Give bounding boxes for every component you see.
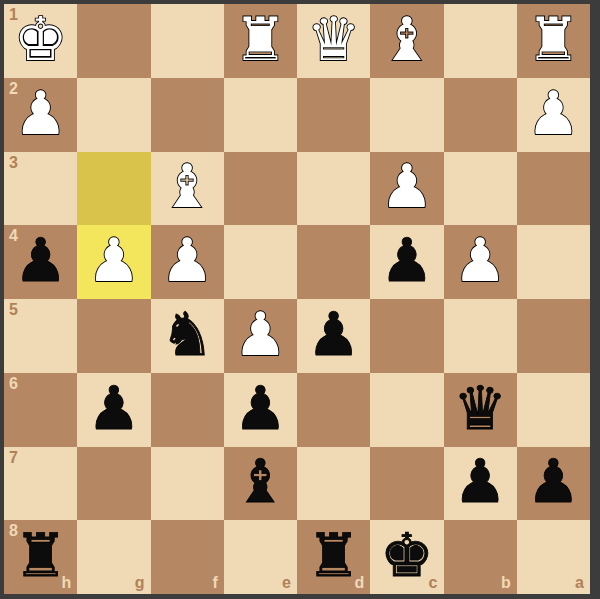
white-bishop[interactable]: ♝ — [380, 9, 434, 69]
square-e3[interactable] — [224, 152, 297, 226]
black-pawn[interactable]: ♟ — [526, 451, 580, 511]
square-g1[interactable] — [77, 4, 150, 78]
square-f4[interactable]: ♟ — [151, 225, 224, 299]
file-label-a: a — [575, 575, 584, 591]
square-b8[interactable]: b — [444, 520, 517, 594]
square-c8[interactable]: c♚ — [370, 520, 443, 594]
square-d3[interactable] — [297, 152, 370, 226]
white-pawn[interactable]: ♟ — [380, 156, 434, 216]
black-knight[interactable]: ♞ — [160, 304, 214, 364]
square-f3[interactable]: ♝ — [151, 152, 224, 226]
white-rook[interactable]: ♜ — [526, 9, 580, 69]
square-c7[interactable] — [370, 447, 443, 521]
square-h6[interactable]: 6 — [4, 373, 77, 447]
white-pawn[interactable]: ♟ — [14, 83, 68, 143]
square-f6[interactable] — [151, 373, 224, 447]
square-h1[interactable]: 1♚ — [4, 4, 77, 78]
square-c3[interactable]: ♟ — [370, 152, 443, 226]
square-a2[interactable]: ♟ — [517, 78, 590, 152]
white-pawn[interactable]: ♟ — [453, 230, 507, 290]
square-d1[interactable]: ♛ — [297, 4, 370, 78]
black-pawn[interactable]: ♟ — [87, 378, 141, 438]
square-h7[interactable]: 7 — [4, 447, 77, 521]
square-g4[interactable]: ♟ — [77, 225, 150, 299]
black-pawn[interactable]: ♟ — [233, 378, 287, 438]
square-h2[interactable]: 2♟ — [4, 78, 77, 152]
square-f8[interactable]: f — [151, 520, 224, 594]
square-a5[interactable] — [517, 299, 590, 373]
square-c6[interactable] — [370, 373, 443, 447]
chess-board-frame: 1♚♜♛♝♜2♟♟3♝♟4♟♟♟♟♟5♞♟♟6♟♟♛7♝♟♟8h♜gfed♜c♚… — [0, 0, 600, 599]
black-pawn[interactable]: ♟ — [14, 230, 68, 290]
file-label-e: e — [282, 575, 291, 591]
square-g8[interactable]: g — [77, 520, 150, 594]
white-pawn[interactable]: ♟ — [160, 230, 214, 290]
square-c5[interactable] — [370, 299, 443, 373]
square-a7[interactable]: ♟ — [517, 447, 590, 521]
square-c4[interactable]: ♟ — [370, 225, 443, 299]
square-e1[interactable]: ♜ — [224, 4, 297, 78]
white-rook[interactable]: ♜ — [233, 9, 287, 69]
square-a8[interactable]: a — [517, 520, 590, 594]
black-pawn[interactable]: ♟ — [307, 304, 361, 364]
square-a4[interactable] — [517, 225, 590, 299]
black-king[interactable]: ♚ — [380, 525, 434, 585]
square-e5[interactable]: ♟ — [224, 299, 297, 373]
rank-label-3: 3 — [9, 155, 18, 171]
square-b3[interactable] — [444, 152, 517, 226]
square-d8[interactable]: d♜ — [297, 520, 370, 594]
white-king[interactable]: ♚ — [14, 9, 68, 69]
square-h5[interactable]: 5 — [4, 299, 77, 373]
chess-board: 1♚♜♛♝♜2♟♟3♝♟4♟♟♟♟♟5♞♟♟6♟♟♛7♝♟♟8h♜gfed♜c♚… — [4, 4, 590, 594]
white-pawn[interactable]: ♟ — [87, 230, 141, 290]
black-rook[interactable]: ♜ — [307, 525, 361, 585]
rank-label-6: 6 — [9, 376, 18, 392]
square-e6[interactable]: ♟ — [224, 373, 297, 447]
square-b1[interactable] — [444, 4, 517, 78]
square-d5[interactable]: ♟ — [297, 299, 370, 373]
square-d6[interactable] — [297, 373, 370, 447]
square-g6[interactable]: ♟ — [77, 373, 150, 447]
square-b4[interactable]: ♟ — [444, 225, 517, 299]
square-d7[interactable] — [297, 447, 370, 521]
square-a1[interactable]: ♜ — [517, 4, 590, 78]
black-queen[interactable]: ♛ — [453, 378, 507, 438]
square-f1[interactable] — [151, 4, 224, 78]
square-b6[interactable]: ♛ — [444, 373, 517, 447]
square-f2[interactable] — [151, 78, 224, 152]
black-pawn[interactable]: ♟ — [453, 451, 507, 511]
square-b7[interactable]: ♟ — [444, 447, 517, 521]
square-e8[interactable]: e — [224, 520, 297, 594]
square-e7[interactable]: ♝ — [224, 447, 297, 521]
square-b2[interactable] — [444, 78, 517, 152]
file-label-b: b — [501, 575, 511, 591]
square-g2[interactable] — [77, 78, 150, 152]
white-queen[interactable]: ♛ — [307, 9, 361, 69]
black-rook[interactable]: ♜ — [14, 525, 68, 585]
square-g3[interactable] — [77, 152, 150, 226]
square-c1[interactable]: ♝ — [370, 4, 443, 78]
square-c2[interactable] — [370, 78, 443, 152]
square-h8[interactable]: 8h♜ — [4, 520, 77, 594]
square-d4[interactable] — [297, 225, 370, 299]
black-pawn[interactable]: ♟ — [380, 230, 434, 290]
white-pawn[interactable]: ♟ — [526, 83, 580, 143]
square-f7[interactable] — [151, 447, 224, 521]
square-h3[interactable]: 3 — [4, 152, 77, 226]
square-a6[interactable] — [517, 373, 590, 447]
square-e2[interactable] — [224, 78, 297, 152]
white-pawn[interactable]: ♟ — [233, 304, 287, 364]
square-d2[interactable] — [297, 78, 370, 152]
black-bishop[interactable]: ♝ — [233, 451, 287, 511]
rank-label-7: 7 — [9, 450, 18, 466]
square-a3[interactable] — [517, 152, 590, 226]
rank-label-5: 5 — [9, 302, 18, 318]
square-e4[interactable] — [224, 225, 297, 299]
white-bishop[interactable]: ♝ — [160, 156, 214, 216]
square-f5[interactable]: ♞ — [151, 299, 224, 373]
square-h4[interactable]: 4♟ — [4, 225, 77, 299]
file-label-f: f — [212, 575, 217, 591]
square-b5[interactable] — [444, 299, 517, 373]
square-g5[interactable] — [77, 299, 150, 373]
file-label-g: g — [135, 575, 145, 591]
square-g7[interactable] — [77, 447, 150, 521]
